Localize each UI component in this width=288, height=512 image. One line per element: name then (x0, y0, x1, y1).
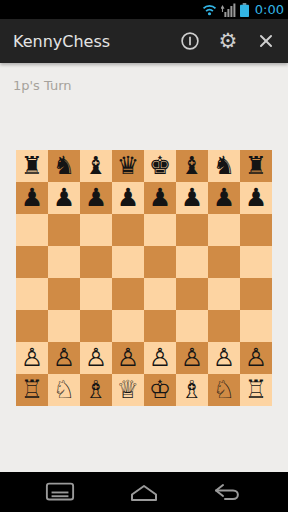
square-f1[interactable]: ♗ (176, 374, 208, 406)
square-h4[interactable] (240, 278, 272, 310)
home-icon[interactable] (128, 480, 160, 504)
main-content: 1p's Turn ♜♞♝♛♚♝♞♜♟♟♟♟♟♟♟♟♙♙♙♙♙♙♙♙♖♘♗♕♔♗… (0, 63, 288, 472)
square-c8[interactable]: ♝ (80, 150, 112, 182)
square-e4[interactable] (144, 278, 176, 310)
black-king: ♚ (149, 150, 171, 182)
square-g4[interactable] (208, 278, 240, 310)
black-pawn: ♟ (21, 182, 43, 214)
white-rook: ♖ (245, 374, 267, 406)
black-pawn: ♟ (117, 182, 139, 214)
square-a7[interactable]: ♟ (16, 182, 48, 214)
turn-indicator: 1p's Turn (13, 78, 72, 93)
square-e5[interactable] (144, 246, 176, 278)
square-g7[interactable]: ♟ (208, 182, 240, 214)
black-rook: ♜ (245, 150, 267, 182)
square-g1[interactable]: ♘ (208, 374, 240, 406)
black-knight: ♞ (53, 150, 75, 182)
square-f6[interactable] (176, 214, 208, 246)
black-pawn: ♟ (149, 182, 171, 214)
app-header: KennyChess ⚙ (0, 19, 288, 63)
square-a3[interactable] (16, 310, 48, 342)
white-knight: ♘ (213, 374, 235, 406)
square-f4[interactable] (176, 278, 208, 310)
square-c6[interactable] (80, 214, 112, 246)
white-pawn: ♙ (85, 342, 107, 374)
square-b3[interactable] (48, 310, 80, 342)
white-pawn: ♙ (53, 342, 75, 374)
square-a1[interactable]: ♖ (16, 374, 48, 406)
square-d4[interactable] (112, 278, 144, 310)
square-c2[interactable]: ♙ (80, 342, 112, 374)
black-pawn: ♟ (85, 182, 107, 214)
white-pawn: ♙ (213, 342, 235, 374)
square-e3[interactable] (144, 310, 176, 342)
white-queen: ♕ (117, 374, 139, 406)
white-knight: ♘ (53, 374, 75, 406)
white-pawn: ♙ (181, 342, 203, 374)
square-d8[interactable]: ♛ (112, 150, 144, 182)
black-pawn: ♟ (181, 182, 203, 214)
square-e6[interactable] (144, 214, 176, 246)
square-f5[interactable] (176, 246, 208, 278)
black-knight: ♞ (213, 150, 235, 182)
menu-icon[interactable] (44, 480, 76, 504)
black-queen: ♛ (117, 150, 139, 182)
square-g6[interactable] (208, 214, 240, 246)
square-g8[interactable]: ♞ (208, 150, 240, 182)
info-icon[interactable] (178, 29, 202, 53)
square-g5[interactable] (208, 246, 240, 278)
square-c5[interactable] (80, 246, 112, 278)
white-bishop: ♗ (85, 374, 107, 406)
chess-board: ♜♞♝♛♚♝♞♜♟♟♟♟♟♟♟♟♙♙♙♙♙♙♙♙♖♘♗♕♔♗♘♖ (16, 150, 272, 406)
white-pawn: ♙ (21, 342, 43, 374)
square-b4[interactable] (48, 278, 80, 310)
square-b7[interactable]: ♟ (48, 182, 80, 214)
battery-icon (240, 3, 249, 17)
white-pawn: ♙ (117, 342, 139, 374)
square-c7[interactable]: ♟ (80, 182, 112, 214)
square-e7[interactable]: ♟ (144, 182, 176, 214)
square-b2[interactable]: ♙ (48, 342, 80, 374)
header-actions: ⚙ (178, 29, 288, 53)
black-pawn: ♟ (245, 182, 267, 214)
clock-time: 0:00 (255, 0, 284, 19)
signal-strength-icon (221, 3, 236, 17)
close-icon[interactable] (254, 29, 278, 53)
black-bishop: ♝ (85, 150, 107, 182)
square-g2[interactable]: ♙ (208, 342, 240, 374)
android-nav-bar (0, 472, 288, 512)
square-h3[interactable] (240, 310, 272, 342)
square-a5[interactable] (16, 246, 48, 278)
status-bar: 0:00 (0, 0, 288, 19)
white-bishop: ♗ (181, 374, 203, 406)
square-e8[interactable]: ♚ (144, 150, 176, 182)
square-f2[interactable]: ♙ (176, 342, 208, 374)
black-pawn: ♟ (53, 182, 75, 214)
square-d2[interactable]: ♙ (112, 342, 144, 374)
black-pawn: ♟ (213, 182, 235, 214)
square-a4[interactable] (16, 278, 48, 310)
square-h6[interactable] (240, 214, 272, 246)
square-f3[interactable] (176, 310, 208, 342)
square-a6[interactable] (16, 214, 48, 246)
black-rook: ♜ (21, 150, 43, 182)
square-c4[interactable] (80, 278, 112, 310)
settings-gear-icon[interactable]: ⚙ (216, 29, 240, 53)
square-e2[interactable]: ♙ (144, 342, 176, 374)
white-pawn: ♙ (149, 342, 171, 374)
square-d5[interactable] (112, 246, 144, 278)
square-c1[interactable]: ♗ (80, 374, 112, 406)
wifi-icon (202, 3, 217, 16)
square-e1[interactable]: ♔ (144, 374, 176, 406)
square-d3[interactable] (112, 310, 144, 342)
square-h8[interactable]: ♜ (240, 150, 272, 182)
square-c3[interactable] (80, 310, 112, 342)
square-h2[interactable]: ♙ (240, 342, 272, 374)
square-f8[interactable]: ♝ (176, 150, 208, 182)
white-king: ♔ (149, 374, 171, 406)
square-b8[interactable]: ♞ (48, 150, 80, 182)
square-a8[interactable]: ♜ (16, 150, 48, 182)
app-title: KennyChess (0, 32, 178, 51)
black-bishop: ♝ (181, 150, 203, 182)
square-a2[interactable]: ♙ (16, 342, 48, 374)
square-b5[interactable] (48, 246, 80, 278)
square-h7[interactable]: ♟ (240, 182, 272, 214)
square-d6[interactable] (112, 214, 144, 246)
square-g3[interactable] (208, 310, 240, 342)
white-pawn: ♙ (245, 342, 267, 374)
square-b1[interactable]: ♘ (48, 374, 80, 406)
back-icon[interactable] (212, 480, 244, 504)
square-d1[interactable]: ♕ (112, 374, 144, 406)
white-rook: ♖ (21, 374, 43, 406)
square-h5[interactable] (240, 246, 272, 278)
square-f7[interactable]: ♟ (176, 182, 208, 214)
square-h1[interactable]: ♖ (240, 374, 272, 406)
square-d7[interactable]: ♟ (112, 182, 144, 214)
square-b6[interactable] (48, 214, 80, 246)
